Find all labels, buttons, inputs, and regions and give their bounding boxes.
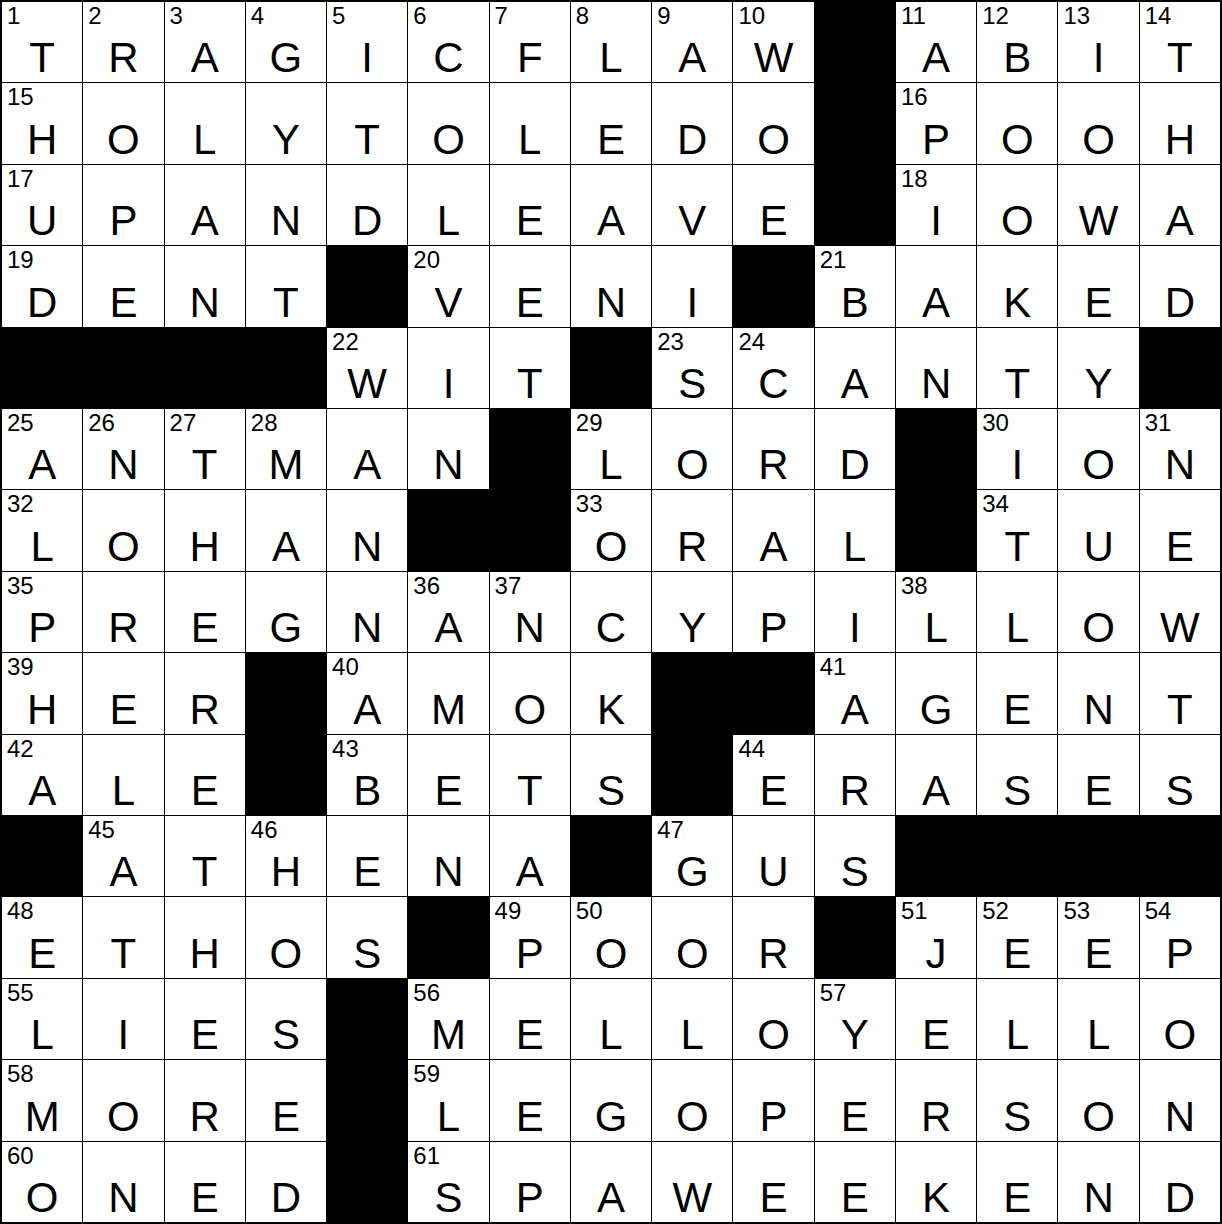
cell-letter: I [83, 979, 163, 1059]
cell-letter: N [1058, 653, 1138, 733]
cell-r7c15[interactable]: E [1140, 490, 1220, 570]
cell-letter: E [490, 1060, 570, 1140]
cell-r6c15[interactable]: 31N [1140, 409, 1220, 489]
cell-letter: H [2, 83, 82, 163]
cell-r5c10[interactable]: 24C [733, 328, 813, 408]
cell-letter: W [652, 1142, 732, 1222]
cell-letter: E [815, 1142, 895, 1222]
cell-r15c6[interactable]: 61S [408, 1142, 488, 1222]
cell-letter: A [571, 1142, 651, 1222]
cell-r10c14[interactable]: E [1058, 735, 1138, 815]
cell-r15c1[interactable]: 60O [2, 1142, 82, 1222]
cell-r12c3[interactable]: H [165, 897, 245, 977]
cell-r8c6[interactable]: 36A [408, 572, 488, 652]
cell-r7c1[interactable]: 32L [2, 490, 82, 570]
cell-r9c6[interactable]: M [408, 653, 488, 733]
cell-letter: S [408, 1142, 488, 1222]
cell-r4c3[interactable]: N [165, 246, 245, 326]
cell-r13c10[interactable]: O [733, 979, 813, 1059]
cell-letter: E [977, 653, 1057, 733]
cell-letter: O [83, 1060, 163, 1140]
cell-r4c4[interactable]: T [246, 246, 326, 326]
cell-letter: L [815, 490, 895, 570]
cell-r15c2[interactable]: N [83, 1142, 163, 1222]
cell-letter: D [246, 1142, 326, 1222]
cell-r12c15[interactable]: 54P [1140, 897, 1220, 977]
cell-letter: O [733, 979, 813, 1059]
cell-letter: C [408, 2, 488, 82]
cell-r7c8[interactable]: 33O [571, 490, 651, 570]
cell-r14c12[interactable]: R [896, 1060, 976, 1140]
cell-r9c13[interactable]: E [977, 653, 1057, 733]
cell-r15c15[interactable]: D [1140, 1142, 1220, 1222]
cell-letter: D [2, 246, 82, 326]
cell-r1c2[interactable]: 2R [83, 2, 163, 82]
block-cell-r5c4 [246, 328, 326, 408]
cell-r13c3[interactable]: E [165, 979, 245, 1059]
cell-letter: O [571, 490, 651, 570]
cell-letter: O [1058, 572, 1138, 652]
cell-r12c12[interactable]: 51J [896, 897, 976, 977]
cell-r8c9[interactable]: Y [652, 572, 732, 652]
cell-letter: A [490, 816, 570, 896]
cell-r6c6[interactable]: N [408, 409, 488, 489]
block-cell-r10c4 [246, 735, 326, 815]
cell-r3c2[interactable]: P [83, 165, 163, 245]
cell-r9c3[interactable]: R [165, 653, 245, 733]
cell-letter: O [977, 165, 1057, 245]
cell-r11c6[interactable]: N [408, 816, 488, 896]
cell-letter: G [246, 572, 326, 652]
cell-r8c1[interactable]: 35P [2, 572, 82, 652]
block-cell-r9c9 [652, 653, 732, 733]
cell-r13c14[interactable]: L [1058, 979, 1138, 1059]
cell-r7c13[interactable]: 34T [977, 490, 1057, 570]
cell-r5c13[interactable]: T [977, 328, 1057, 408]
cell-letter: A [815, 328, 895, 408]
cell-r3c14[interactable]: W [1058, 165, 1138, 245]
cell-r3c9[interactable]: V [652, 165, 732, 245]
cell-r2c8[interactable]: E [571, 83, 651, 163]
cell-r12c1[interactable]: 48E [2, 897, 82, 977]
cell-letter: M [408, 653, 488, 733]
cell-r3c13[interactable]: O [977, 165, 1057, 245]
cell-letter: P [896, 83, 976, 163]
cell-r1c14[interactable]: 13I [1058, 2, 1138, 82]
cell-r14c4[interactable]: E [246, 1060, 326, 1140]
cell-letter: W [327, 328, 407, 408]
cell-r8c5[interactable]: N [327, 572, 407, 652]
cell-r13c4[interactable]: S [246, 979, 326, 1059]
cell-r5c6[interactable]: I [408, 328, 488, 408]
cell-r6c14[interactable]: O [1058, 409, 1138, 489]
cell-r2c15[interactable]: H [1140, 83, 1220, 163]
cell-r4c2[interactable]: E [83, 246, 163, 326]
cell-r14c15[interactable]: N [1140, 1060, 1220, 1140]
cell-r14c10[interactable]: P [733, 1060, 813, 1140]
cell-r14c7[interactable]: E [490, 1060, 570, 1140]
cell-r8c4[interactable]: G [246, 572, 326, 652]
cell-r2c12[interactable]: 16P [896, 83, 976, 163]
cell-letter: A [2, 409, 82, 489]
cell-r10c5[interactable]: 43B [327, 735, 407, 815]
cell-r6c1[interactable]: 25A [2, 409, 82, 489]
cell-letter: L [571, 409, 651, 489]
cell-r15c7[interactable]: P [490, 1142, 570, 1222]
cell-r3c7[interactable]: E [490, 165, 570, 245]
cell-r11c9[interactable]: 47G [652, 816, 732, 896]
cell-r14c11[interactable]: E [815, 1060, 895, 1140]
cell-r2c5[interactable]: T [327, 83, 407, 163]
cell-r4c7[interactable]: E [490, 246, 570, 326]
cell-letter: E [1140, 490, 1220, 570]
cell-r6c9[interactable]: O [652, 409, 732, 489]
cell-r10c8[interactable]: S [571, 735, 651, 815]
cell-letter: D [1140, 1142, 1220, 1222]
cell-r13c7[interactable]: E [490, 979, 570, 1059]
cell-r1c12[interactable]: 11A [896, 2, 976, 82]
cell-r5c12[interactable]: N [896, 328, 976, 408]
cell-letter: N [83, 1142, 163, 1222]
cell-letter: E [896, 979, 976, 1059]
cell-r3c4[interactable]: N [246, 165, 326, 245]
cell-letter: Y [246, 83, 326, 163]
cell-r10c12[interactable]: A [896, 735, 976, 815]
cell-letter: L [2, 490, 82, 570]
cell-r7c14[interactable]: U [1058, 490, 1138, 570]
cell-r4c1[interactable]: 19D [2, 246, 82, 326]
block-cell-r11c13 [977, 816, 1057, 896]
cell-r12c7[interactable]: 49P [490, 897, 570, 977]
cell-r1c4[interactable]: 4G [246, 2, 326, 82]
cell-letter: E [977, 897, 1057, 977]
cell-r14c2[interactable]: O [83, 1060, 163, 1140]
cell-r13c9[interactable]: L [652, 979, 732, 1059]
cell-r2c4[interactable]: Y [246, 83, 326, 163]
cell-r12c2[interactable]: T [83, 897, 163, 977]
cell-letter: A [896, 735, 976, 815]
cell-r8c10[interactable]: P [733, 572, 813, 652]
cell-letter: A [165, 2, 245, 82]
cell-r4c15[interactable]: D [1140, 246, 1220, 326]
cell-r11c4[interactable]: 46H [246, 816, 326, 896]
cell-r10c10[interactable]: 44E [733, 735, 813, 815]
cell-r14c9[interactable]: O [652, 1060, 732, 1140]
cell-r9c1[interactable]: 39H [2, 653, 82, 733]
cell-r13c6[interactable]: 56M [408, 979, 488, 1059]
cell-letter: P [733, 572, 813, 652]
cell-letter: T [246, 246, 326, 326]
cell-letter: N [896, 328, 976, 408]
cell-r7c2[interactable]: O [83, 490, 163, 570]
cell-r10c13[interactable]: S [977, 735, 1057, 815]
cell-letter: S [977, 735, 1057, 815]
cell-r15c14[interactable]: N [1058, 1142, 1138, 1222]
cell-r14c13[interactable]: S [977, 1060, 1057, 1140]
cell-r12c13[interactable]: 52E [977, 897, 1057, 977]
cell-r8c3[interactable]: E [165, 572, 245, 652]
cell-r3c12[interactable]: 18I [896, 165, 976, 245]
cell-letter: A [408, 572, 488, 652]
block-cell-r3c11 [815, 165, 895, 245]
block-cell-r10c9 [652, 735, 732, 815]
cell-r2c6[interactable]: O [408, 83, 488, 163]
cell-letter: A [2, 735, 82, 815]
cell-r1c6[interactable]: 6C [408, 2, 488, 82]
block-cell-r5c15 [1140, 328, 1220, 408]
cell-r3c5[interactable]: D [327, 165, 407, 245]
block-cell-r14c5 [327, 1060, 407, 1140]
cell-letter: E [571, 83, 651, 163]
cell-letter: C [571, 572, 651, 652]
cell-letter: L [408, 1060, 488, 1140]
cell-letter: L [896, 572, 976, 652]
cell-r9c8[interactable]: K [571, 653, 651, 733]
cell-r1c7[interactable]: 7F [490, 2, 570, 82]
cell-r9c15[interactable]: T [1140, 653, 1220, 733]
cell-letter: O [246, 897, 326, 977]
cell-r13c2[interactable]: I [83, 979, 163, 1059]
cell-r8c11[interactable]: I [815, 572, 895, 652]
cell-r15c3[interactable]: E [165, 1142, 245, 1222]
cell-letter: N [490, 572, 570, 652]
cell-letter: G [571, 1060, 651, 1140]
cell-r5c9[interactable]: 23S [652, 328, 732, 408]
cell-r2c2[interactable]: O [83, 83, 163, 163]
cell-r13c12[interactable]: E [896, 979, 976, 1059]
cell-letter: A [733, 490, 813, 570]
cell-r3c1[interactable]: 17U [2, 165, 82, 245]
cell-r8c14[interactable]: O [1058, 572, 1138, 652]
cell-r5c5[interactable]: 22W [327, 328, 407, 408]
cell-r8c2[interactable]: R [83, 572, 163, 652]
cell-r4c13[interactable]: K [977, 246, 1057, 326]
block-cell-r11c12 [896, 816, 976, 896]
cell-r4c12[interactable]: A [896, 246, 976, 326]
cell-r11c5[interactable]: E [327, 816, 407, 896]
block-cell-r12c11 [815, 897, 895, 977]
cell-letter: A [327, 653, 407, 733]
cell-r12c5[interactable]: S [327, 897, 407, 977]
cell-r13c8[interactable]: L [571, 979, 651, 1059]
cell-r13c1[interactable]: 55L [2, 979, 82, 1059]
cell-letter: R [652, 490, 732, 570]
cell-r2c7[interactable]: L [490, 83, 570, 163]
cell-r6c8[interactable]: 29L [571, 409, 651, 489]
cell-r3c15[interactable]: A [1140, 165, 1220, 245]
cell-r2c3[interactable]: L [165, 83, 245, 163]
cell-r15c4[interactable]: D [246, 1142, 326, 1222]
cell-letter: K [896, 1142, 976, 1222]
cell-r14c14[interactable]: O [1058, 1060, 1138, 1140]
cell-r6c13[interactable]: 30I [977, 409, 1057, 489]
block-cell-r6c12 [896, 409, 976, 489]
cell-letter: O [83, 83, 163, 163]
cell-r15c10[interactable]: E [733, 1142, 813, 1222]
cell-letter: T [165, 816, 245, 896]
cell-letter: R [165, 1060, 245, 1140]
cell-r6c4[interactable]: 28M [246, 409, 326, 489]
cell-r3c8[interactable]: A [571, 165, 651, 245]
cell-r2c1[interactable]: 15H [2, 83, 82, 163]
cell-r13c13[interactable]: L [977, 979, 1057, 1059]
cell-r2c14[interactable]: O [1058, 83, 1138, 163]
cell-letter: T [977, 328, 1057, 408]
cell-r7c5[interactable]: N [327, 490, 407, 570]
cell-r1c5[interactable]: 5I [327, 2, 407, 82]
cell-r4c14[interactable]: E [1058, 246, 1138, 326]
cell-r9c5[interactable]: 40A [327, 653, 407, 733]
cell-letter: T [1140, 2, 1220, 82]
cell-r2c10[interactable]: O [733, 83, 813, 163]
cell-letter: N [1058, 1142, 1138, 1222]
cell-letter: U [733, 816, 813, 896]
cell-r12c8[interactable]: 50O [571, 897, 651, 977]
cell-letter: E [490, 246, 570, 326]
cell-letter: L [977, 572, 1057, 652]
cell-letter: R [733, 897, 813, 977]
cell-r10c2[interactable]: L [83, 735, 163, 815]
cell-letter: K [571, 653, 651, 733]
cell-letter: D [1140, 246, 1220, 326]
cell-letter: F [490, 2, 570, 82]
cell-r12c4[interactable]: O [246, 897, 326, 977]
cell-r6c2[interactable]: 26N [83, 409, 163, 489]
cell-letter: C [733, 328, 813, 408]
cell-r1c3[interactable]: 3A [165, 2, 245, 82]
cell-letter: T [490, 735, 570, 815]
cell-r10c7[interactable]: T [490, 735, 570, 815]
cell-r4c6[interactable]: 20V [408, 246, 488, 326]
cell-letter: L [165, 83, 245, 163]
cell-r15c13[interactable]: E [977, 1142, 1057, 1222]
block-cell-r5c3 [165, 328, 245, 408]
cell-r13c11[interactable]: 57Y [815, 979, 895, 1059]
cell-r9c14[interactable]: N [1058, 653, 1138, 733]
cell-r15c11[interactable]: E [815, 1142, 895, 1222]
cell-letter: E [408, 735, 488, 815]
cell-r11c2[interactable]: 45A [83, 816, 163, 896]
block-cell-r2c11 [815, 83, 895, 163]
cell-letter: P [2, 572, 82, 652]
cell-r8c13[interactable]: L [977, 572, 1057, 652]
cell-r10c1[interactable]: 42A [2, 735, 82, 815]
cell-letter: L [83, 735, 163, 815]
cell-letter: U [1058, 490, 1138, 570]
cell-r7c9[interactable]: R [652, 490, 732, 570]
cell-r2c9[interactable]: D [652, 83, 732, 163]
cell-r11c10[interactable]: U [733, 816, 813, 896]
cell-r6c5[interactable]: A [327, 409, 407, 489]
cell-r4c9[interactable]: I [652, 246, 732, 326]
cell-r6c11[interactable]: D [815, 409, 895, 489]
cell-r6c3[interactable]: 27T [165, 409, 245, 489]
cell-letter: E [165, 979, 245, 1059]
cell-r2c13[interactable]: O [977, 83, 1057, 163]
cell-r7c3[interactable]: H [165, 490, 245, 570]
cell-r3c6[interactable]: L [408, 165, 488, 245]
cell-r14c1[interactable]: 58M [2, 1060, 82, 1140]
cell-letter: S [571, 735, 651, 815]
cell-letter: V [408, 246, 488, 326]
cell-r10c11[interactable]: R [815, 735, 895, 815]
cell-letter: E [83, 653, 163, 733]
cell-letter: P [83, 165, 163, 245]
cell-r9c2[interactable]: E [83, 653, 163, 733]
cell-r10c6[interactable]: E [408, 735, 488, 815]
cell-letter: P [490, 897, 570, 977]
cell-r4c11[interactable]: 21B [815, 246, 895, 326]
cell-r1c9[interactable]: 9A [652, 2, 732, 82]
cell-letter: U [2, 165, 82, 245]
block-cell-r1c11 [815, 2, 895, 82]
cell-r4c8[interactable]: N [571, 246, 651, 326]
cell-letter: T [977, 490, 1057, 570]
cell-r9c12[interactable]: G [896, 653, 976, 733]
cell-r11c11[interactable]: S [815, 816, 895, 896]
cell-r1c10[interactable]: 10W [733, 2, 813, 82]
cell-r5c11[interactable]: A [815, 328, 895, 408]
cell-r8c12[interactable]: 38L [896, 572, 976, 652]
cell-r8c8[interactable]: C [571, 572, 651, 652]
cell-letter: N [327, 490, 407, 570]
cell-letter: T [1140, 653, 1220, 733]
cell-letter: I [652, 246, 732, 326]
cell-r7c4[interactable]: A [246, 490, 326, 570]
cell-r1c13[interactable]: 12B [977, 2, 1057, 82]
cell-r7c10[interactable]: A [733, 490, 813, 570]
cell-r15c8[interactable]: A [571, 1142, 651, 1222]
cell-r5c7[interactable]: T [490, 328, 570, 408]
cell-r3c10[interactable]: E [733, 165, 813, 245]
cell-letter: O [652, 897, 732, 977]
cell-letter: T [2, 2, 82, 82]
cell-r14c6[interactable]: 59L [408, 1060, 488, 1140]
cell-r15c12[interactable]: K [896, 1142, 976, 1222]
cell-r1c8[interactable]: 8L [571, 2, 651, 82]
cell-r8c7[interactable]: 37N [490, 572, 570, 652]
cell-r10c3[interactable]: E [165, 735, 245, 815]
cell-r8c15[interactable]: W [1140, 572, 1220, 652]
cell-r9c11[interactable]: 41A [815, 653, 895, 733]
cell-letter: S [815, 816, 895, 896]
cell-r1c15[interactable]: 14T [1140, 2, 1220, 82]
cell-r14c3[interactable]: R [165, 1060, 245, 1140]
cell-letter: E [165, 1142, 245, 1222]
cell-letter: E [1058, 735, 1138, 815]
cell-r9c7[interactable]: O [490, 653, 570, 733]
cell-r1c1[interactable]: 1T [2, 2, 82, 82]
cell-r11c7[interactable]: A [490, 816, 570, 896]
cell-r3c3[interactable]: A [165, 165, 245, 245]
cell-r13c15[interactable]: O [1140, 979, 1220, 1059]
cell-r10c15[interactable]: S [1140, 735, 1220, 815]
block-cell-r15c5 [327, 1142, 407, 1222]
cell-letter: O [1140, 979, 1220, 1059]
cell-letter: I [815, 572, 895, 652]
cell-r5c14[interactable]: Y [1058, 328, 1138, 408]
cell-r12c14[interactable]: 53E [1058, 897, 1138, 977]
cell-r12c10[interactable]: R [733, 897, 813, 977]
cell-r15c9[interactable]: W [652, 1142, 732, 1222]
cell-r6c10[interactable]: R [733, 409, 813, 489]
cell-letter: H [1140, 83, 1220, 163]
cell-r14c8[interactable]: G [571, 1060, 651, 1140]
cell-r12c9[interactable]: O [652, 897, 732, 977]
cell-r11c3[interactable]: T [165, 816, 245, 896]
cell-r7c11[interactable]: L [815, 490, 895, 570]
cell-letter: A [1140, 165, 1220, 245]
